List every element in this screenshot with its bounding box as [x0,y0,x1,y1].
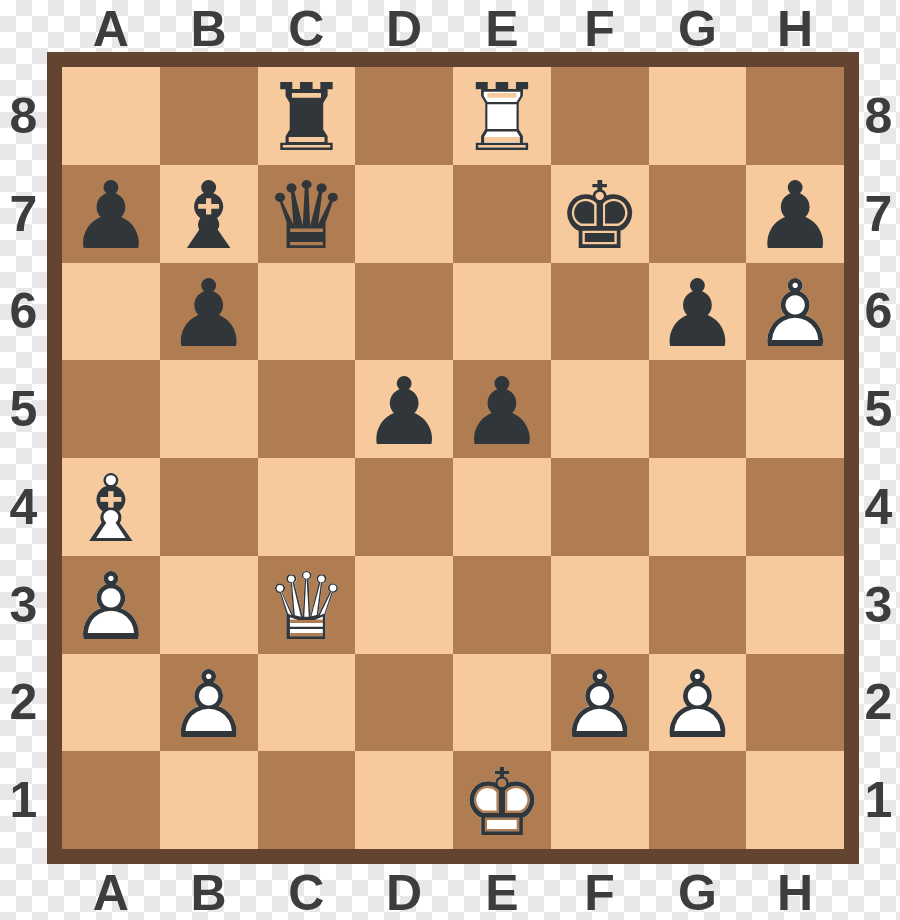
square-d2[interactable] [355,654,453,752]
pawn-outline-glyph: ♙ [753,268,836,361]
rank-label: 2 [0,654,47,752]
file-label: C [258,0,356,58]
square-h3[interactable] [746,556,844,654]
square-h1[interactable] [746,751,844,849]
square-b6[interactable]: ♟ [160,263,258,361]
square-f8[interactable] [551,67,649,165]
square-d7[interactable] [355,165,453,263]
chess-diagram: ABCDEFGH 87654321 ♜♜♖♟♝♛♚♟♟♟♟♙♟♟♝♗♟♙♛♕♟♙… [0,0,900,920]
file-label: G [649,864,747,920]
file-labels-top: ABCDEFGH [62,0,844,52]
square-d6[interactable] [355,263,453,361]
square-f1[interactable] [551,751,649,849]
square-b3[interactable] [160,556,258,654]
file-label: C [258,864,356,920]
square-g8[interactable] [649,67,747,165]
pawn-fill-glyph: ♟ [460,366,543,459]
piece-black-pawn[interactable]: ♟ [69,170,152,263]
king-outline-glyph: ♔ [460,757,543,850]
file-label: A [62,0,160,58]
piece-black-pawn[interactable]: ♟ [460,366,543,459]
square-c3[interactable]: ♛♕ [258,556,356,654]
file-label: D [355,0,453,58]
square-f6[interactable] [551,263,649,361]
square-c1[interactable] [258,751,356,849]
square-e4[interactable] [453,458,551,556]
file-label: H [746,0,844,58]
square-f3[interactable] [551,556,649,654]
square-c4[interactable] [258,458,356,556]
square-a3[interactable]: ♟♙ [62,556,160,654]
queen-outline-glyph: ♕ [265,561,348,654]
square-f4[interactable] [551,458,649,556]
square-g5[interactable] [649,360,747,458]
square-b8[interactable] [160,67,258,165]
piece-white-pawn[interactable]: ♟♙ [167,659,250,752]
piece-black-pawn[interactable]: ♟ [362,366,445,459]
king-fill-glyph: ♚ [558,170,641,263]
pawn-outline-glyph: ♙ [656,659,739,752]
square-g3[interactable] [649,556,747,654]
piece-white-rook[interactable]: ♜♖ [460,72,543,165]
piece-black-queen[interactable]: ♛ [265,170,348,263]
pawn-outline-glyph: ♙ [167,659,250,752]
rank-label: 5 [0,360,47,458]
square-g2[interactable]: ♟♙ [649,654,747,752]
rank-label: 8 [857,67,900,165]
square-a4[interactable]: ♝♗ [62,458,160,556]
file-label: A [62,864,160,920]
square-f5[interactable] [551,360,649,458]
square-b4[interactable] [160,458,258,556]
rank-label: 5 [857,360,900,458]
board: ♜♜♖♟♝♛♚♟♟♟♟♙♟♟♝♗♟♙♛♕♟♙♟♙♟♙♚♔ [47,52,859,864]
square-h6[interactable]: ♟♙ [746,263,844,361]
square-a8[interactable] [62,67,160,165]
square-d1[interactable] [355,751,453,849]
rank-label: 8 [0,67,47,165]
piece-black-king[interactable]: ♚ [558,170,641,263]
square-c6[interactable] [258,263,356,361]
square-d3[interactable] [355,556,453,654]
square-d5[interactable]: ♟ [355,360,453,458]
square-h5[interactable] [746,360,844,458]
piece-white-pawn[interactable]: ♟♙ [558,659,641,752]
rank-label: 1 [0,751,47,849]
square-b2[interactable]: ♟♙ [160,654,258,752]
square-e7[interactable] [453,165,551,263]
square-g6[interactable]: ♟ [649,263,747,361]
square-h8[interactable] [746,67,844,165]
file-labels-bottom: ABCDEFGH [62,864,844,920]
piece-black-bishop[interactable]: ♝ [167,170,250,263]
piece-white-bishop[interactable]: ♝♗ [69,463,152,556]
square-e2[interactable] [453,654,551,752]
pawn-fill-glyph: ♟ [167,268,250,361]
rank-labels-left: 87654321 [0,67,47,849]
square-c5[interactable] [258,360,356,458]
square-a6[interactable] [62,263,160,361]
square-c8[interactable]: ♜ [258,67,356,165]
pawn-fill-glyph: ♟ [362,366,445,459]
piece-black-pawn[interactable]: ♟ [656,268,739,361]
rank-label: 3 [857,556,900,654]
square-g4[interactable] [649,458,747,556]
piece-white-pawn[interactable]: ♟♙ [69,561,152,654]
square-e6[interactable] [453,263,551,361]
piece-white-pawn[interactable]: ♟♙ [656,659,739,752]
square-e5[interactable]: ♟ [453,360,551,458]
square-a7[interactable]: ♟ [62,165,160,263]
rank-label: 7 [0,165,47,263]
square-b1[interactable] [160,751,258,849]
piece-black-rook[interactable]: ♜ [265,72,348,165]
square-e8[interactable]: ♜♖ [453,67,551,165]
pawn-fill-glyph: ♟ [656,268,739,361]
pawn-outline-glyph: ♙ [558,659,641,752]
pawn-fill-glyph: ♟ [753,170,836,263]
queen-fill-glyph: ♛ [265,170,348,263]
rank-label: 3 [0,556,47,654]
file-label: D [355,864,453,920]
rook-outline-glyph: ♖ [460,72,543,165]
square-c7[interactable]: ♛ [258,165,356,263]
square-c2[interactable] [258,654,356,752]
square-a1[interactable] [62,751,160,849]
square-h4[interactable] [746,458,844,556]
bishop-fill-glyph: ♝ [167,170,250,263]
file-label: E [453,0,551,58]
rank-label: 4 [857,458,900,556]
file-label: E [453,864,551,920]
square-e1[interactable]: ♚♔ [453,751,551,849]
piece-white-king[interactable]: ♚♔ [460,757,543,850]
square-d4[interactable] [355,458,453,556]
rank-labels-right: 87654321 [857,67,900,849]
file-label: B [160,864,258,920]
file-label: F [551,0,649,58]
bishop-outline-glyph: ♗ [69,463,152,556]
file-label: G [649,0,747,58]
pawn-outline-glyph: ♙ [69,561,152,654]
file-label: B [160,0,258,58]
rook-fill-glyph: ♜ [265,72,348,165]
square-b7[interactable]: ♝ [160,165,258,263]
square-a2[interactable] [62,654,160,752]
rank-label: 7 [857,165,900,263]
piece-white-pawn[interactable]: ♟♙ [753,268,836,361]
square-g1[interactable] [649,751,747,849]
square-g7[interactable] [649,165,747,263]
square-h2[interactable] [746,654,844,752]
rank-label: 2 [857,654,900,752]
square-a5[interactable] [62,360,160,458]
square-e3[interactable] [453,556,551,654]
square-f2[interactable]: ♟♙ [551,654,649,752]
file-label: H [746,864,844,920]
pawn-fill-glyph: ♟ [69,170,152,263]
piece-black-pawn[interactable]: ♟ [167,268,250,361]
file-label: F [551,864,649,920]
rank-label: 4 [0,458,47,556]
rank-label: 6 [0,263,47,361]
rank-label: 1 [857,751,900,849]
rank-label: 6 [857,263,900,361]
square-f7[interactable]: ♚ [551,165,649,263]
square-b5[interactable] [160,360,258,458]
piece-white-queen[interactable]: ♛♕ [265,561,348,654]
square-h7[interactable]: ♟ [746,165,844,263]
square-d8[interactable] [355,67,453,165]
piece-black-pawn[interactable]: ♟ [753,170,836,263]
